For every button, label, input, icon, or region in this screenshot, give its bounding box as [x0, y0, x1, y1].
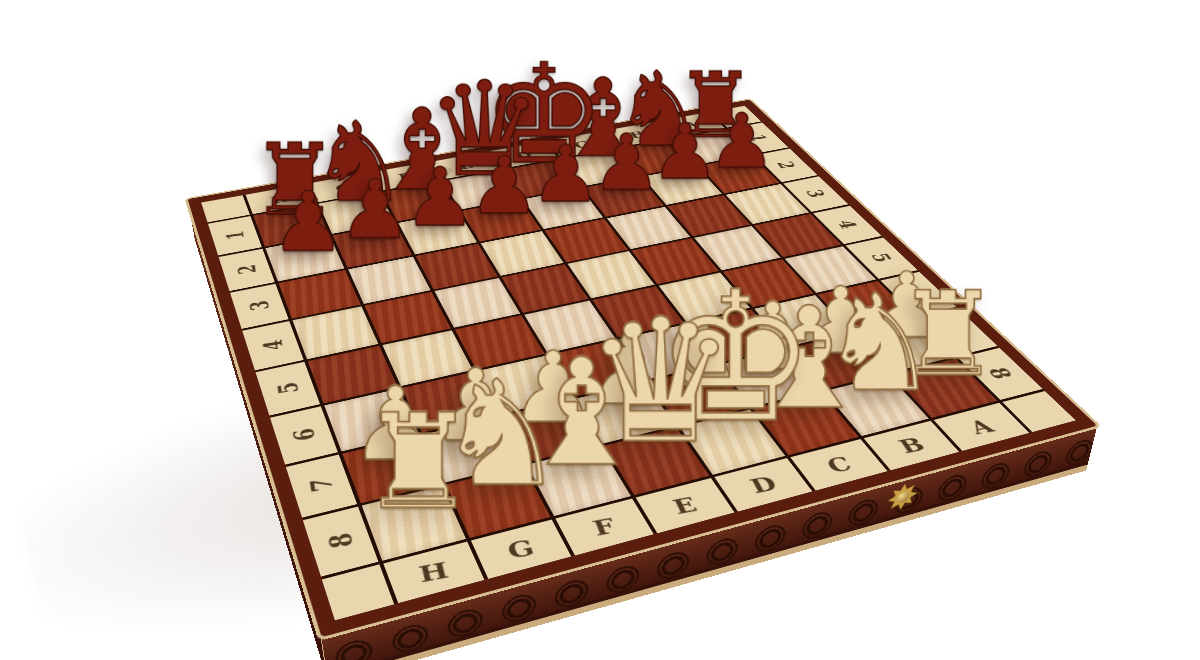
rank-number-label: 4 [832, 219, 863, 230]
photo-stage: HGFEDCBA1122334455667788HGFEDCBA✸♜♞♝♛♚♝♞… [0, 0, 1200, 660]
file-letter-label: H [416, 556, 451, 587]
chess-board: HGFEDCBA1122334455667788HGFEDCBA✸♜♞♝♛♚♝♞… [188, 100, 1098, 638]
rank-number-label: 3 [801, 188, 831, 199]
file-letter-label: D [745, 471, 780, 497]
file-letter-label: A [964, 415, 999, 438]
pawn-glyph: ♟ [226, 180, 390, 263]
file-letter-label: G [504, 534, 537, 563]
file-letter-label: C [821, 452, 855, 477]
scene-3d: HGFEDCBA1122334455667788HGFEDCBA✸♜♞♝♛♚♝♞… [243, 0, 938, 647]
file-letter-label: E [669, 492, 701, 519]
file-letter-label: F [589, 513, 619, 541]
brass-clasp-icon: ✸ [879, 474, 925, 521]
rank-number-label: 4 [257, 338, 289, 352]
rank-number-label: 3 [244, 299, 275, 312]
file-letter-label: B [893, 433, 929, 458]
rank-label-left-3: 3 [230, 283, 289, 329]
rank-number-label: 2 [232, 263, 262, 275]
rank-number-label: 8 [321, 531, 360, 552]
rook-glyph: ♜ [313, 398, 523, 529]
